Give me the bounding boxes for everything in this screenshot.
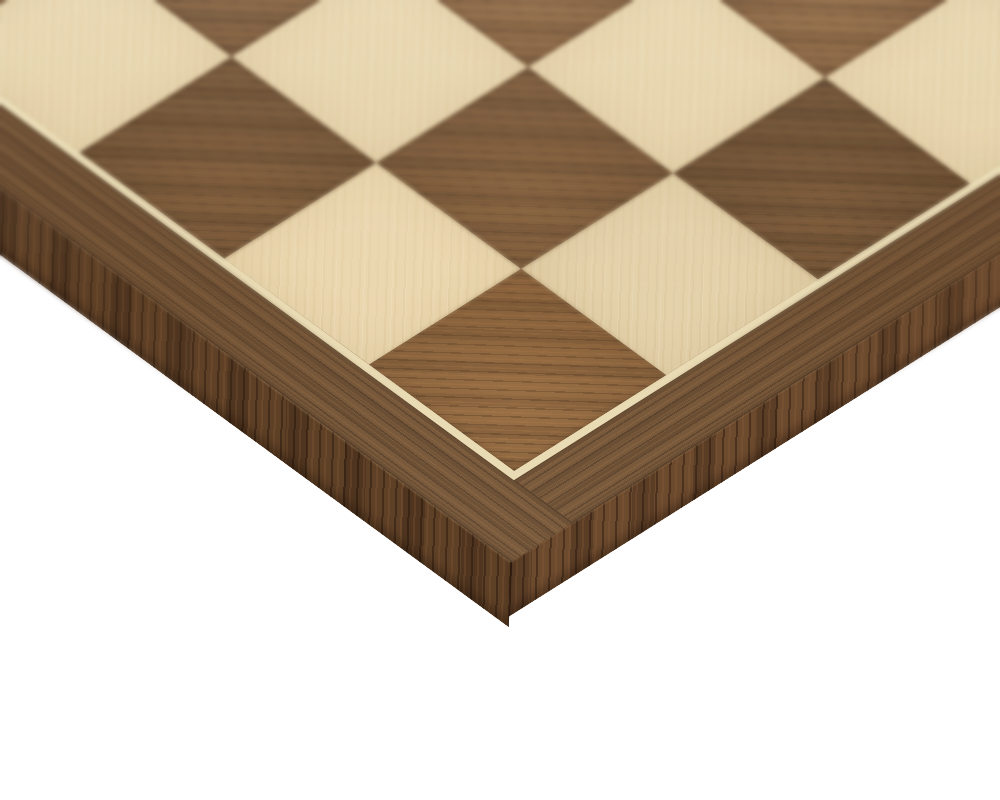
board-surface: [0, 0, 1000, 562]
photo-stage: Close-up photo of the near corner of an …: [0, 0, 1000, 800]
